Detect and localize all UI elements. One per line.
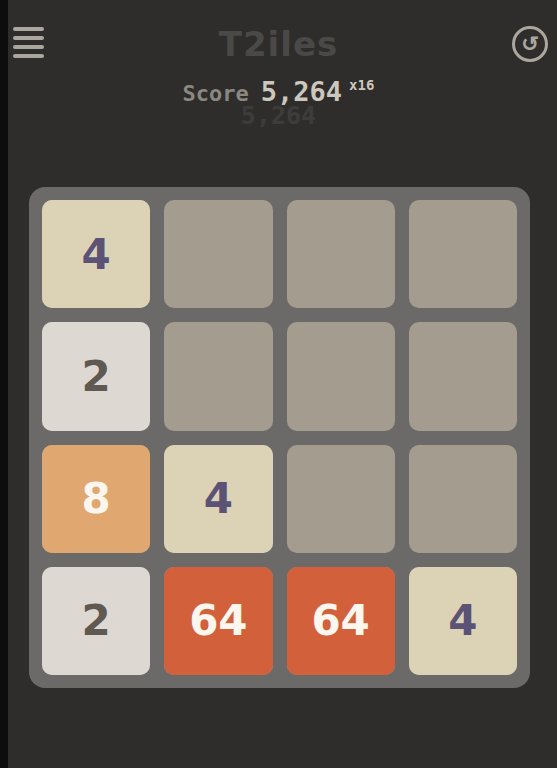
board-cell: 8 bbox=[42, 445, 150, 553]
board-cell: 4 bbox=[164, 445, 272, 553]
board-cell bbox=[287, 200, 395, 308]
board-cell bbox=[164, 200, 272, 308]
restart-icon: ↺ bbox=[521, 33, 539, 54]
score-multiplier-badge: x16 bbox=[349, 77, 374, 93]
board-cell: 64 bbox=[287, 567, 395, 675]
tile-64: 64 bbox=[164, 567, 272, 675]
board-cell bbox=[164, 322, 272, 430]
tile-2: 2 bbox=[42, 567, 150, 675]
tile-8: 8 bbox=[42, 445, 150, 553]
score-ghost-fading-text: 5,264 bbox=[0, 101, 557, 130]
restart-button[interactable]: ↺ bbox=[512, 26, 548, 62]
board-cell: 2 bbox=[42, 322, 150, 430]
tile-4: 4 bbox=[409, 567, 517, 675]
board-cell bbox=[287, 445, 395, 553]
board-cell: 4 bbox=[42, 200, 150, 308]
board-cell: 2 bbox=[42, 567, 150, 675]
game-board[interactable]: 4284264644 bbox=[29, 187, 530, 688]
board-cell bbox=[409, 445, 517, 553]
app-screen: T2iles ↺ Score 5,264 x16 5,264 428426464… bbox=[0, 0, 557, 768]
tile-64: 64 bbox=[287, 567, 395, 675]
board-cell bbox=[409, 322, 517, 430]
board-cell bbox=[287, 322, 395, 430]
board-cell: 64 bbox=[164, 567, 272, 675]
tile-4: 4 bbox=[42, 200, 150, 308]
board-cell: 4 bbox=[409, 567, 517, 675]
tile-2: 2 bbox=[42, 322, 150, 430]
app-title: T2iles bbox=[0, 24, 557, 64]
board-cell bbox=[409, 200, 517, 308]
tile-4: 4 bbox=[164, 445, 272, 553]
